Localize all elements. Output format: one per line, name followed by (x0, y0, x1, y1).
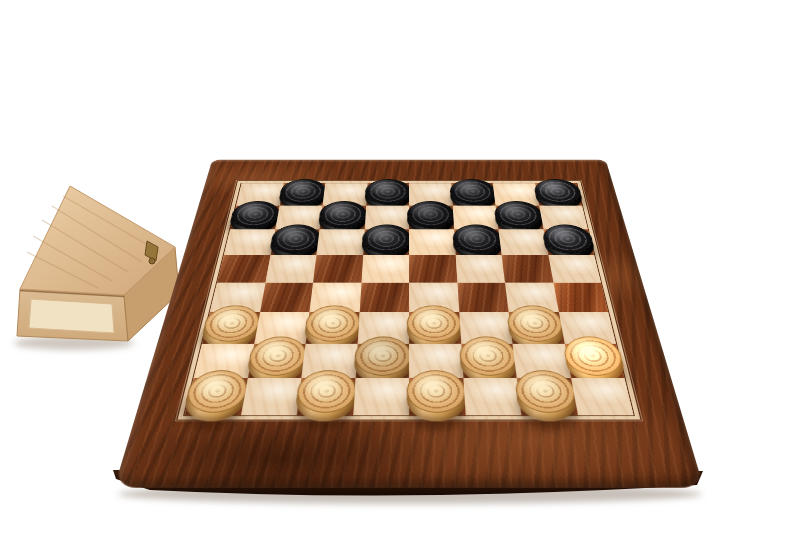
square-r3c1 (224, 230, 275, 256)
checker-piece-white[interactable]: ⛀ (246, 337, 308, 376)
checker-piece-black[interactable]: ⛂ (449, 179, 497, 205)
square-r1c2[interactable]: ⛂ (279, 183, 325, 205)
black-checker-glyph: ⛂ (548, 186, 566, 197)
square-r1c4[interactable]: ⛂ (366, 183, 409, 205)
square-r3c2[interactable]: ⛂ (270, 230, 319, 256)
square-r4c3[interactable] (313, 255, 363, 282)
square-r1c8[interactable]: ⛂ (535, 183, 582, 205)
white-checker-glyph: ⛀ (221, 316, 243, 331)
square-r4c2 (265, 255, 316, 282)
box-front-panel (29, 299, 114, 333)
white-checker-glyph: ⛀ (425, 316, 445, 331)
checkers-board: ⛂⛂⛂⛂⛂⛂⛂⛂⛂⛂⛂⛂⛀⛀⛀⛀⛀⛀⛀⛀⛀⛀⛀⛀ (114, 160, 704, 488)
square-r3c4[interactable]: ⛂ (363, 230, 409, 256)
square-r4c4 (361, 255, 409, 282)
black-checker-glyph: ⛂ (286, 233, 305, 245)
square-r5c2[interactable] (260, 282, 313, 311)
white-checker-glyph: ⛀ (525, 316, 547, 331)
square-r6c5[interactable]: ⛀ (409, 312, 461, 344)
square-r3c7 (498, 230, 547, 256)
white-checker-glyph: ⛀ (477, 348, 498, 365)
square-r7c8[interactable]: ⛀ (564, 344, 624, 378)
board-grid: ⛂⛂⛂⛂⛂⛂⛂⛂⛂⛂⛂⛂⛀⛀⛀⛀⛀⛀⛀⛀⛀⛀⛀⛀ (184, 183, 633, 415)
square-r7c2[interactable]: ⛀ (247, 344, 305, 378)
square-r4c5[interactable] (409, 255, 457, 282)
wooden-storage-box (17, 186, 179, 341)
checker-piece-black[interactable]: ⛂ (452, 224, 503, 253)
white-checker-glyph: ⛀ (205, 382, 230, 400)
black-checker-glyph: ⛂ (377, 233, 395, 245)
square-r8c6 (463, 378, 521, 415)
square-r3c8[interactable]: ⛂ (543, 230, 594, 256)
checker-piece-black[interactable]: ⛂ (278, 179, 327, 205)
square-r7c6[interactable]: ⛀ (461, 344, 517, 378)
square-r3c5 (409, 230, 455, 256)
square-r6c1[interactable]: ⛀ (202, 312, 260, 344)
piece-top: ⛀ (353, 337, 411, 376)
square-r4c1[interactable] (217, 255, 270, 282)
piece-top: ⛂ (449, 179, 497, 205)
square-r3c3 (316, 230, 364, 256)
white-checker-glyph: ⛀ (534, 382, 558, 400)
checker-piece-white[interactable]: ⛀ (295, 371, 358, 413)
white-checker-glyph: ⛀ (266, 348, 289, 365)
square-r4c8 (548, 255, 601, 282)
black-checker-glyph: ⛂ (246, 209, 265, 221)
scene: ⛂⛂⛂⛂⛂⛂⛂⛂⛂⛂⛂⛂⛀⛀⛀⛀⛀⛀⛀⛀⛀⛀⛀⛀ (0, 0, 800, 533)
piece-top: ⛂ (361, 224, 411, 253)
checker-piece-black[interactable]: ⛂ (361, 224, 411, 253)
black-checker-glyph: ⛂ (468, 233, 486, 245)
piece-top: ⛂ (364, 179, 410, 205)
black-checker-glyph: ⛂ (334, 209, 352, 221)
checker-piece-black[interactable]: ⛂ (364, 179, 410, 205)
square-r8c5[interactable]: ⛀ (409, 378, 465, 415)
checker-piece-black[interactable]: ⛂ (493, 201, 544, 228)
black-checker-glyph: ⛂ (558, 233, 578, 245)
square-r5c4[interactable] (359, 282, 409, 311)
playing-area: ⛂⛂⛂⛂⛂⛂⛂⛂⛂⛂⛂⛂⛀⛀⛀⛀⛀⛀⛀⛀⛀⛀⛀⛀ (176, 180, 642, 420)
square-r8c2 (241, 378, 302, 415)
square-r2c5[interactable]: ⛂ (409, 206, 454, 230)
white-checker-glyph: ⛀ (581, 348, 605, 365)
checker-piece-black[interactable]: ⛂ (407, 201, 455, 228)
checker-piece-white[interactable]: ⛀ (458, 337, 518, 376)
black-checker-glyph: ⛂ (509, 209, 527, 221)
checker-piece-white[interactable]: ⛀ (183, 371, 251, 413)
square-r4c7[interactable] (502, 255, 553, 282)
white-checker-glyph: ⛀ (323, 316, 344, 331)
checker-piece-white[interactable]: ⛀ (514, 371, 579, 413)
white-checker-glyph: ⛀ (426, 382, 447, 400)
square-r5c6[interactable] (457, 282, 509, 311)
square-r2c3[interactable]: ⛂ (320, 206, 366, 230)
square-r2c7[interactable]: ⛂ (496, 206, 544, 230)
checker-piece-black[interactable]: ⛂ (269, 224, 322, 253)
square-r6c7[interactable]: ⛀ (509, 312, 565, 344)
square-r8c3[interactable]: ⛀ (297, 378, 355, 415)
checker-piece-black[interactable]: ⛂ (532, 179, 583, 205)
square-r8c8 (571, 378, 634, 415)
square-r3c6[interactable]: ⛂ (454, 230, 502, 256)
checker-piece-white[interactable]: ⛀ (353, 337, 411, 376)
checker-piece-white[interactable]: ⛀ (407, 306, 462, 342)
square-r1c6[interactable]: ⛂ (451, 183, 496, 205)
checker-piece-black[interactable]: ⛂ (541, 224, 596, 253)
square-r4c6 (455, 255, 505, 282)
square-r8c1[interactable]: ⛀ (184, 378, 247, 415)
checker-piece-white[interactable]: ⛀ (506, 306, 566, 342)
square-r7c4[interactable]: ⛀ (355, 344, 409, 378)
white-checker-glyph: ⛀ (316, 382, 338, 400)
black-checker-glyph: ⛂ (422, 209, 439, 221)
checker-piece-white[interactable]: ⛀ (304, 306, 361, 342)
black-checker-glyph: ⛂ (380, 186, 396, 197)
white-checker-glyph: ⛀ (372, 348, 392, 365)
square-r8c7[interactable]: ⛀ (517, 378, 578, 415)
square-r2c1[interactable]: ⛂ (230, 206, 279, 230)
square-r6c3[interactable]: ⛀ (306, 312, 360, 344)
square-r8c4 (353, 378, 409, 415)
square-r5c8[interactable] (553, 282, 608, 311)
black-checker-glyph: ⛂ (294, 186, 312, 197)
checker-piece-black[interactable]: ⛂ (318, 201, 367, 228)
black-checker-glyph: ⛂ (464, 186, 481, 197)
checker-piece-white[interactable]: ⛀ (407, 371, 467, 413)
